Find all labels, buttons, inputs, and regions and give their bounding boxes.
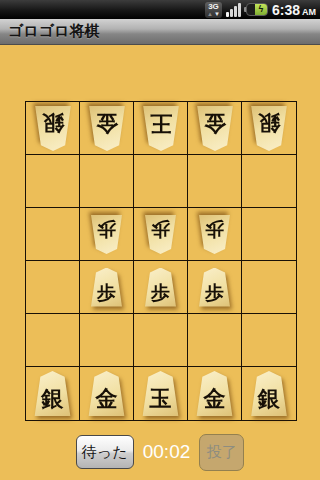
board-cell[interactable]: 歩 (134, 261, 188, 314)
piece-sente-pawn[interactable]: 歩 (90, 268, 123, 307)
piece-gote-silver[interactable]: 銀 (34, 106, 72, 151)
piece-gote-gold[interactable]: 金 (196, 106, 234, 151)
board-cell[interactable] (26, 208, 80, 261)
piece-kanji: 歩 (151, 220, 170, 239)
board-cell[interactable]: 銀 (26, 367, 80, 420)
piece-kanji: 銀 (42, 112, 64, 134)
piece-kanji: 玉 (150, 388, 172, 410)
board-cell[interactable] (188, 155, 242, 208)
board-cell[interactable] (80, 314, 134, 367)
board-cell[interactable] (26, 314, 80, 367)
piece-gote-king[interactable]: 王 (142, 106, 180, 151)
lightning-bolt-icon: ϟ (259, 5, 264, 14)
board-cell[interactable]: 歩 (134, 208, 188, 261)
board-cell[interactable]: 銀 (242, 367, 296, 420)
piece-kanji: 金 (96, 388, 118, 410)
board-cell[interactable]: 銀 (26, 102, 80, 155)
piece-sente-pawn[interactable]: 歩 (198, 268, 231, 307)
status-bar: 3G ▲▼ ϟ 6:38AM (0, 0, 320, 19)
board-cell[interactable]: 歩 (188, 208, 242, 261)
piece-sente-silver[interactable]: 銀 (250, 371, 288, 416)
piece-kanji: 銀 (42, 388, 64, 410)
piece-gote-pawn[interactable]: 歩 (198, 215, 231, 254)
signal-strength-icon (226, 2, 241, 17)
piece-kanji: 歩 (97, 220, 116, 239)
app-title: ゴロゴロ将棋 (8, 22, 99, 41)
resign-button[interactable]: 投了 (199, 434, 244, 471)
piece-sente-king[interactable]: 玉 (142, 371, 180, 416)
board-cell[interactable]: 金 (80, 102, 134, 155)
game-controls: 待った 00:02 投了 (0, 433, 320, 471)
piece-sente-pawn[interactable]: 歩 (144, 268, 177, 307)
board-cell[interactable]: 金 (80, 367, 134, 420)
board-cell[interactable] (242, 314, 296, 367)
board-cell[interactable] (188, 314, 242, 367)
board-cell[interactable] (80, 155, 134, 208)
board-cell[interactable]: 銀 (242, 102, 296, 155)
board-cell[interactable] (26, 155, 80, 208)
piece-gote-gold[interactable]: 金 (88, 106, 126, 151)
battery-charging-icon: ϟ (246, 3, 268, 16)
board-cell[interactable]: 王 (134, 102, 188, 155)
board-cell[interactable] (26, 261, 80, 314)
move-timer: 00:02 (143, 441, 191, 463)
piece-kanji: 金 (204, 388, 226, 410)
board-cell[interactable]: 金 (188, 102, 242, 155)
piece-kanji: 銀 (258, 112, 280, 134)
board-cell[interactable]: 玉 (134, 367, 188, 420)
piece-kanji: 金 (204, 112, 226, 134)
title-bar: ゴロゴロ将棋 (0, 19, 320, 45)
piece-sente-gold[interactable]: 金 (196, 371, 234, 416)
board-cell[interactable]: 金 (188, 367, 242, 420)
piece-kanji: 銀 (258, 388, 280, 410)
undo-button[interactable]: 待った (76, 435, 134, 469)
3g-traffic-arrows-icon: ▲▼ (207, 11, 220, 17)
piece-sente-gold[interactable]: 金 (88, 371, 126, 416)
piece-kanji: 歩 (97, 283, 116, 302)
board-cell[interactable]: 歩 (80, 261, 134, 314)
piece-kanji: 歩 (205, 283, 224, 302)
board-cell[interactable] (134, 314, 188, 367)
piece-kanji: 歩 (205, 220, 224, 239)
piece-kanji: 歩 (151, 283, 170, 302)
board-cell[interactable]: 歩 (80, 208, 134, 261)
board-cell[interactable] (242, 155, 296, 208)
3g-network-icon: 3G ▲▼ (205, 2, 222, 18)
piece-kanji: 金 (96, 112, 118, 134)
piece-gote-silver[interactable]: 銀 (250, 106, 288, 151)
piece-sente-silver[interactable]: 銀 (34, 371, 72, 416)
board-cell[interactable]: 歩 (188, 261, 242, 314)
3g-label: 3G (208, 3, 219, 11)
status-clock: 6:38AM (272, 2, 316, 18)
piece-gote-pawn[interactable]: 歩 (90, 215, 123, 254)
board-cell[interactable] (242, 208, 296, 261)
board-cell[interactable] (134, 155, 188, 208)
board: 銀金王金銀歩歩歩歩歩歩銀金玉金銀 (25, 101, 297, 421)
piece-gote-pawn[interactable]: 歩 (144, 215, 177, 254)
piece-kanji: 王 (150, 112, 172, 134)
board-cell[interactable] (242, 261, 296, 314)
